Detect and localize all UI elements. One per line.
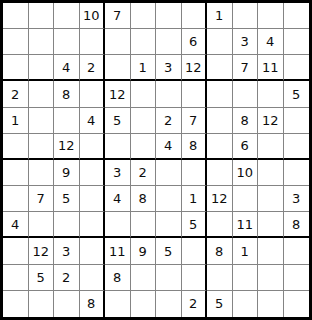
sudoku-cell-r9c6[interactable] bbox=[131, 212, 157, 238]
sudoku-cell-r10c11[interactable] bbox=[258, 238, 284, 264]
sudoku-cell-r5c7[interactable]: 2 bbox=[156, 108, 182, 134]
sudoku-cell-r2c5[interactable] bbox=[105, 29, 131, 55]
sudoku-cell-r3c8[interactable]: 12 bbox=[182, 55, 208, 81]
sudoku-cell-r6c5[interactable] bbox=[105, 134, 131, 160]
sudoku-cell-r2c9[interactable] bbox=[207, 29, 233, 55]
sudoku-cell-r6c11[interactable] bbox=[258, 134, 284, 160]
sudoku-cell-r1c12[interactable] bbox=[284, 3, 310, 29]
sudoku-cell-r4c11[interactable] bbox=[258, 81, 284, 107]
sudoku-board: 1071634421312711281251452781212486932107… bbox=[0, 0, 312, 320]
sudoku-cell-r7c4[interactable] bbox=[80, 160, 106, 186]
sudoku-cell-r11c10[interactable] bbox=[233, 265, 259, 291]
sudoku-cell-r4c8[interactable] bbox=[182, 81, 208, 107]
sudoku-cell-r12c3[interactable] bbox=[54, 291, 80, 317]
sudoku-cell-r1c7[interactable] bbox=[156, 3, 182, 29]
sudoku-cell-r1c3[interactable] bbox=[54, 3, 80, 29]
sudoku-cell-r4c9[interactable] bbox=[207, 81, 233, 107]
sudoku-cell-r10c12[interactable] bbox=[284, 238, 310, 264]
sudoku-cell-r11c7[interactable] bbox=[156, 265, 182, 291]
sudoku-cell-r9c1[interactable]: 4 bbox=[3, 212, 29, 238]
sudoku-cell-r3c7[interactable]: 3 bbox=[156, 55, 182, 81]
sudoku-cell-r10c5[interactable]: 11 bbox=[105, 238, 131, 264]
sudoku-cell-r1c6[interactable] bbox=[131, 3, 157, 29]
sudoku-cell-r8c10[interactable] bbox=[233, 186, 259, 212]
sudoku-cell-r6c12[interactable] bbox=[284, 134, 310, 160]
sudoku-cell-r11c12[interactable] bbox=[284, 265, 310, 291]
sudoku-cell-r5c4[interactable]: 4 bbox=[80, 108, 106, 134]
sudoku-cell-r9c3[interactable] bbox=[54, 212, 80, 238]
sudoku-cell-r7c10[interactable]: 10 bbox=[233, 160, 259, 186]
sudoku-cell-r8c2[interactable]: 7 bbox=[29, 186, 55, 212]
sudoku-cell-r9c10[interactable]: 11 bbox=[233, 212, 259, 238]
sudoku-cell-r1c11[interactable] bbox=[258, 3, 284, 29]
sudoku-cell-r6c4[interactable] bbox=[80, 134, 106, 160]
sudoku-cell-r5c2[interactable] bbox=[29, 108, 55, 134]
sudoku-cell-r1c9[interactable]: 1 bbox=[207, 3, 233, 29]
sudoku-cell-r10c10[interactable]: 1 bbox=[233, 238, 259, 264]
sudoku-cell-r10c7[interactable]: 5 bbox=[156, 238, 182, 264]
sudoku-cell-r3c2[interactable] bbox=[29, 55, 55, 81]
sudoku-cell-r8c11[interactable] bbox=[258, 186, 284, 212]
sudoku-cell-r3c9[interactable] bbox=[207, 55, 233, 81]
sudoku-cell-r2c8[interactable]: 6 bbox=[182, 29, 208, 55]
sudoku-cell-r4c2[interactable] bbox=[29, 81, 55, 107]
sudoku-cell-r4c6[interactable] bbox=[131, 81, 157, 107]
sudoku-cell-r10c9[interactable]: 8 bbox=[207, 238, 233, 264]
sudoku-cell-r12c8[interactable]: 2 bbox=[182, 291, 208, 317]
sudoku-cell-r1c5[interactable]: 7 bbox=[105, 3, 131, 29]
sudoku-cell-r11c2[interactable]: 5 bbox=[29, 265, 55, 291]
sudoku-cell-r2c3[interactable] bbox=[54, 29, 80, 55]
sudoku-cell-r7c5[interactable]: 3 bbox=[105, 160, 131, 186]
sudoku-cell-r7c1[interactable] bbox=[3, 160, 29, 186]
sudoku-cell-r4c4[interactable] bbox=[80, 81, 106, 107]
sudoku-cell-r6c6[interactable] bbox=[131, 134, 157, 160]
sudoku-cell-r2c11[interactable]: 4 bbox=[258, 29, 284, 55]
sudoku-cell-r12c12[interactable] bbox=[284, 291, 310, 317]
sudoku-cell-r5c10[interactable]: 8 bbox=[233, 108, 259, 134]
sudoku-cell-r12c4[interactable]: 8 bbox=[80, 291, 106, 317]
sudoku-cell-r7c6[interactable]: 2 bbox=[131, 160, 157, 186]
sudoku-cell-r11c11[interactable] bbox=[258, 265, 284, 291]
sudoku-cell-r12c6[interactable] bbox=[131, 291, 157, 317]
sudoku-cell-r8c12[interactable]: 3 bbox=[284, 186, 310, 212]
sudoku-cell-r6c1[interactable] bbox=[3, 134, 29, 160]
sudoku-cell-r2c12[interactable] bbox=[284, 29, 310, 55]
sudoku-cell-r9c8[interactable]: 5 bbox=[182, 212, 208, 238]
sudoku-cell-r8c8[interactable]: 1 bbox=[182, 186, 208, 212]
sudoku-cell-r3c11[interactable]: 11 bbox=[258, 55, 284, 81]
sudoku-cell-r8c1[interactable] bbox=[3, 186, 29, 212]
sudoku-cell-r3c4[interactable]: 2 bbox=[80, 55, 106, 81]
sudoku-cell-r7c9[interactable] bbox=[207, 160, 233, 186]
sudoku-cell-r12c10[interactable] bbox=[233, 291, 259, 317]
sudoku-cell-r5c5[interactable]: 5 bbox=[105, 108, 131, 134]
sudoku-cell-r9c12[interactable]: 8 bbox=[284, 212, 310, 238]
sudoku-cell-r11c5[interactable]: 8 bbox=[105, 265, 131, 291]
sudoku-cell-r3c6[interactable]: 1 bbox=[131, 55, 157, 81]
sudoku-cell-r6c9[interactable] bbox=[207, 134, 233, 160]
sudoku-cell-r3c1[interactable] bbox=[3, 55, 29, 81]
sudoku-cell-r9c2[interactable] bbox=[29, 212, 55, 238]
sudoku-cell-r7c3[interactable]: 9 bbox=[54, 160, 80, 186]
sudoku-cell-r12c9[interactable]: 5 bbox=[207, 291, 233, 317]
sudoku-cell-r7c2[interactable] bbox=[29, 160, 55, 186]
sudoku-cell-r4c10[interactable] bbox=[233, 81, 259, 107]
sudoku-cell-r10c4[interactable] bbox=[80, 238, 106, 264]
sudoku-cell-r11c3[interactable]: 2 bbox=[54, 265, 80, 291]
sudoku-cell-r6c8[interactable]: 8 bbox=[182, 134, 208, 160]
sudoku-cell-r11c4[interactable] bbox=[80, 265, 106, 291]
sudoku-cell-r7c8[interactable] bbox=[182, 160, 208, 186]
sudoku-cell-r4c1[interactable]: 2 bbox=[3, 81, 29, 107]
sudoku-cell-r11c1[interactable] bbox=[3, 265, 29, 291]
sudoku-cell-r10c8[interactable] bbox=[182, 238, 208, 264]
sudoku-cell-r5c8[interactable]: 7 bbox=[182, 108, 208, 134]
sudoku-cell-r6c10[interactable]: 6 bbox=[233, 134, 259, 160]
sudoku-cell-r8c3[interactable]: 5 bbox=[54, 186, 80, 212]
sudoku-cell-r5c6[interactable] bbox=[131, 108, 157, 134]
sudoku-cell-r5c1[interactable]: 1 bbox=[3, 108, 29, 134]
sudoku-cell-r3c3[interactable]: 4 bbox=[54, 55, 80, 81]
sudoku-cell-r1c1[interactable] bbox=[3, 3, 29, 29]
sudoku-cell-r1c8[interactable] bbox=[182, 3, 208, 29]
sudoku-cell-r12c11[interactable] bbox=[258, 291, 284, 317]
sudoku-cell-r2c4[interactable] bbox=[80, 29, 106, 55]
sudoku-cell-r5c3[interactable] bbox=[54, 108, 80, 134]
sudoku-cell-r3c10[interactable]: 7 bbox=[233, 55, 259, 81]
sudoku-cell-r11c6[interactable] bbox=[131, 265, 157, 291]
sudoku-cell-r2c10[interactable]: 3 bbox=[233, 29, 259, 55]
sudoku-cell-r2c6[interactable] bbox=[131, 29, 157, 55]
sudoku-cell-r7c12[interactable] bbox=[284, 160, 310, 186]
sudoku-cell-r8c9[interactable]: 12 bbox=[207, 186, 233, 212]
sudoku-cell-r10c2[interactable]: 12 bbox=[29, 238, 55, 264]
sudoku-cell-r4c12[interactable]: 5 bbox=[284, 81, 310, 107]
sudoku-cell-r9c4[interactable] bbox=[80, 212, 106, 238]
sudoku-cell-r6c3[interactable]: 12 bbox=[54, 134, 80, 160]
sudoku-cell-r9c11[interactable] bbox=[258, 212, 284, 238]
sudoku-cell-r12c2[interactable] bbox=[29, 291, 55, 317]
sudoku-cell-r2c2[interactable] bbox=[29, 29, 55, 55]
sudoku-cell-r5c12[interactable] bbox=[284, 108, 310, 134]
sudoku-cell-r1c4[interactable]: 10 bbox=[80, 3, 106, 29]
sudoku-cell-r4c7[interactable] bbox=[156, 81, 182, 107]
sudoku-cell-r12c5[interactable] bbox=[105, 291, 131, 317]
sudoku-cell-r5c9[interactable] bbox=[207, 108, 233, 134]
sudoku-cell-r8c5[interactable]: 4 bbox=[105, 186, 131, 212]
sudoku-cell-r5c11[interactable]: 12 bbox=[258, 108, 284, 134]
sudoku-cell-r4c5[interactable]: 12 bbox=[105, 81, 131, 107]
sudoku-cell-r6c7[interactable]: 4 bbox=[156, 134, 182, 160]
sudoku-cell-r8c7[interactable] bbox=[156, 186, 182, 212]
sudoku-cell-r11c8[interactable] bbox=[182, 265, 208, 291]
sudoku-cell-r10c6[interactable]: 9 bbox=[131, 238, 157, 264]
sudoku-cell-r7c7[interactable] bbox=[156, 160, 182, 186]
sudoku-cell-r10c3[interactable]: 3 bbox=[54, 238, 80, 264]
sudoku-cell-r9c9[interactable] bbox=[207, 212, 233, 238]
sudoku-cell-r4c3[interactable]: 8 bbox=[54, 81, 80, 107]
sudoku-cell-r12c1[interactable] bbox=[3, 291, 29, 317]
sudoku-cell-r8c4[interactable] bbox=[80, 186, 106, 212]
sudoku-cell-r2c7[interactable] bbox=[156, 29, 182, 55]
sudoku-cell-r8c6[interactable]: 8 bbox=[131, 186, 157, 212]
sudoku-cell-r1c10[interactable] bbox=[233, 3, 259, 29]
sudoku-cell-r9c5[interactable] bbox=[105, 212, 131, 238]
sudoku-cell-r10c1[interactable] bbox=[3, 238, 29, 264]
sudoku-cell-r2c1[interactable] bbox=[3, 29, 29, 55]
sudoku-cell-r3c12[interactable] bbox=[284, 55, 310, 81]
sudoku-cell-r1c2[interactable] bbox=[29, 3, 55, 29]
sudoku-cell-r7c11[interactable] bbox=[258, 160, 284, 186]
sudoku-cell-r12c7[interactable] bbox=[156, 291, 182, 317]
sudoku-cell-r6c2[interactable] bbox=[29, 134, 55, 160]
sudoku-cell-r11c9[interactable] bbox=[207, 265, 233, 291]
sudoku-cell-r3c5[interactable] bbox=[105, 55, 131, 81]
sudoku-cell-r9c7[interactable] bbox=[156, 212, 182, 238]
